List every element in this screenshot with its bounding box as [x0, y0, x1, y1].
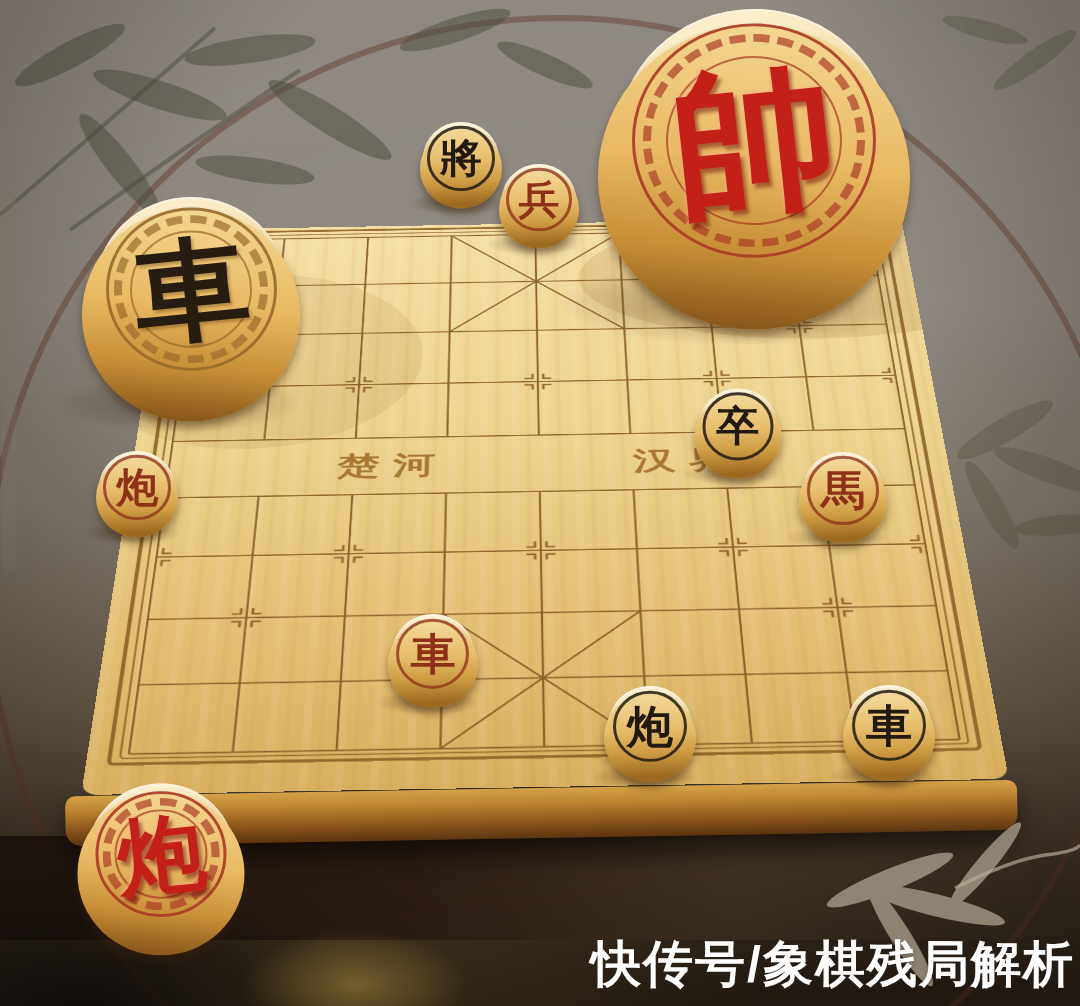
- piece-character: 卒: [716, 406, 759, 447]
- black-cannon[interactable]: 炮: [608, 686, 692, 767]
- piece-character: 炮: [627, 704, 673, 748]
- red-horse[interactable]: 馬: [803, 452, 883, 529]
- piece-character: 帥: [664, 54, 844, 227]
- watermark-text: 快传号/象棋残局解析: [591, 931, 1075, 998]
- piece-character: 將: [440, 138, 482, 178]
- piece-character: 炮: [113, 808, 210, 901]
- piece-character: 兵: [519, 180, 560, 219]
- giant-black-chariot: 車: [95, 197, 287, 381]
- piece-character: 車: [866, 703, 912, 747]
- piece-character: 炮: [116, 467, 158, 507]
- red-chariot[interactable]: 車: [392, 614, 474, 693]
- piece-character: 車: [128, 229, 254, 350]
- red-cannon[interactable]: 炮: [99, 451, 175, 524]
- giant-red-general: 帥: [617, 9, 891, 272]
- piece-character: 車: [410, 632, 455, 675]
- red-soldier[interactable]: 兵: [502, 164, 576, 235]
- pieces-layer: 將兵卒馬炮車炮車車帥炮: [0, 0, 1080, 1006]
- screenshot-root: 楚河 汉界 將兵卒馬炮車炮車車帥炮 快传号/象棋残局解析: [0, 0, 1080, 1006]
- black-chariot[interactable]: 車: [847, 685, 931, 766]
- piece-character: 馬: [821, 469, 865, 511]
- black-general[interactable]: 將: [423, 122, 499, 195]
- giant-red-cannon: 炮: [88, 784, 235, 925]
- black-soldier[interactable]: 卒: [698, 388, 777, 464]
